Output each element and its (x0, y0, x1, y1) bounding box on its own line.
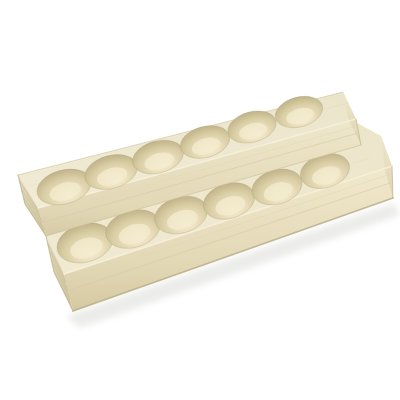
board-photo (0, 0, 400, 400)
mancala-board-image (0, 0, 400, 400)
